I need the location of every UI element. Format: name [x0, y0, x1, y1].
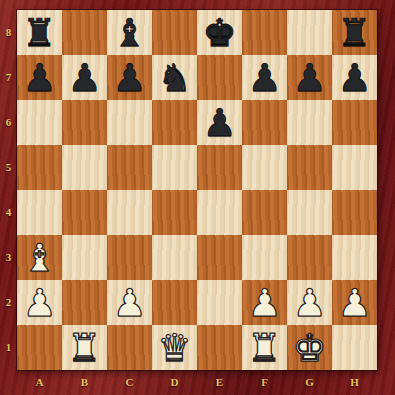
piece-white-queen[interactable]: ♛	[152, 325, 197, 370]
square-d5[interactable]	[152, 145, 197, 190]
chess-board: ♜♝♚♜♟♟♟♞♟♟♟♟♝♟♟♟♟♟♜♛♜♚	[17, 10, 377, 370]
square-b2[interactable]	[62, 280, 107, 325]
rank-label-5: 5	[0, 145, 17, 190]
square-b4[interactable]	[62, 190, 107, 235]
piece-white-king[interactable]: ♚	[287, 325, 332, 370]
rank-label-4: 4	[0, 190, 17, 235]
square-b6[interactable]	[62, 100, 107, 145]
square-e5[interactable]	[197, 145, 242, 190]
piece-black-pawn[interactable]: ♟	[197, 100, 242, 145]
square-e4[interactable]	[197, 190, 242, 235]
piece-black-pawn[interactable]: ♟	[242, 55, 287, 100]
square-g4[interactable]	[287, 190, 332, 235]
rank-label-1: 1	[0, 325, 17, 370]
file-label-a: A	[17, 372, 62, 392]
piece-black-pawn[interactable]: ♟	[17, 55, 62, 100]
square-a4[interactable]	[17, 190, 62, 235]
square-c2[interactable]: ♟	[107, 280, 152, 325]
piece-white-rook[interactable]: ♜	[62, 325, 107, 370]
file-label-c: C	[107, 372, 152, 392]
piece-black-bishop[interactable]: ♝	[107, 10, 152, 55]
square-a8[interactable]: ♜	[17, 10, 62, 55]
piece-white-pawn[interactable]: ♟	[17, 280, 62, 325]
square-a1[interactable]	[17, 325, 62, 370]
square-e3[interactable]	[197, 235, 242, 280]
square-a6[interactable]	[17, 100, 62, 145]
piece-black-rook[interactable]: ♜	[17, 10, 62, 55]
square-c1[interactable]	[107, 325, 152, 370]
square-h6[interactable]	[332, 100, 377, 145]
square-c3[interactable]	[107, 235, 152, 280]
piece-white-pawn[interactable]: ♟	[107, 280, 152, 325]
square-d6[interactable]	[152, 100, 197, 145]
square-d8[interactable]	[152, 10, 197, 55]
rank-label-8: 8	[0, 10, 17, 55]
square-h1[interactable]	[332, 325, 377, 370]
square-f5[interactable]	[242, 145, 287, 190]
file-label-e: E	[197, 372, 242, 392]
piece-white-pawn[interactable]: ♟	[242, 280, 287, 325]
square-a7[interactable]: ♟	[17, 55, 62, 100]
square-e8[interactable]: ♚	[197, 10, 242, 55]
square-b3[interactable]	[62, 235, 107, 280]
piece-white-rook[interactable]: ♜	[242, 325, 287, 370]
square-h8[interactable]: ♜	[332, 10, 377, 55]
square-g8[interactable]	[287, 10, 332, 55]
square-e1[interactable]	[197, 325, 242, 370]
piece-white-bishop[interactable]: ♝	[17, 235, 62, 280]
square-c4[interactable]	[107, 190, 152, 235]
file-label-h: H	[332, 372, 377, 392]
square-f4[interactable]	[242, 190, 287, 235]
square-d4[interactable]	[152, 190, 197, 235]
square-f2[interactable]: ♟	[242, 280, 287, 325]
square-g3[interactable]	[287, 235, 332, 280]
square-e6[interactable]: ♟	[197, 100, 242, 145]
piece-black-pawn[interactable]: ♟	[62, 55, 107, 100]
square-h5[interactable]	[332, 145, 377, 190]
square-d3[interactable]	[152, 235, 197, 280]
square-d7[interactable]: ♞	[152, 55, 197, 100]
file-label-d: D	[152, 372, 197, 392]
piece-white-pawn[interactable]: ♟	[287, 280, 332, 325]
square-b7[interactable]: ♟	[62, 55, 107, 100]
square-b8[interactable]	[62, 10, 107, 55]
square-b5[interactable]	[62, 145, 107, 190]
square-d2[interactable]	[152, 280, 197, 325]
file-label-f: F	[242, 372, 287, 392]
square-c6[interactable]	[107, 100, 152, 145]
rank-label-3: 3	[0, 235, 17, 280]
file-label-g: G	[287, 372, 332, 392]
piece-black-knight[interactable]: ♞	[152, 55, 197, 100]
square-e2[interactable]	[197, 280, 242, 325]
square-f1[interactable]: ♜	[242, 325, 287, 370]
square-c7[interactable]: ♟	[107, 55, 152, 100]
square-c5[interactable]	[107, 145, 152, 190]
square-f8[interactable]	[242, 10, 287, 55]
square-a2[interactable]: ♟	[17, 280, 62, 325]
square-f3[interactable]	[242, 235, 287, 280]
square-e7[interactable]	[197, 55, 242, 100]
square-h2[interactable]: ♟	[332, 280, 377, 325]
square-g6[interactable]	[287, 100, 332, 145]
piece-black-rook[interactable]: ♜	[332, 10, 377, 55]
piece-black-pawn[interactable]: ♟	[107, 55, 152, 100]
square-g1[interactable]: ♚	[287, 325, 332, 370]
square-b1[interactable]: ♜	[62, 325, 107, 370]
square-g2[interactable]: ♟	[287, 280, 332, 325]
square-f7[interactable]: ♟	[242, 55, 287, 100]
rank-label-6: 6	[0, 100, 17, 145]
rank-label-2: 2	[0, 280, 17, 325]
square-a3[interactable]: ♝	[17, 235, 62, 280]
rank-label-7: 7	[0, 55, 17, 100]
square-f6[interactable]	[242, 100, 287, 145]
piece-black-king[interactable]: ♚	[197, 10, 242, 55]
square-c8[interactable]: ♝	[107, 10, 152, 55]
square-h3[interactable]	[332, 235, 377, 280]
square-a5[interactable]	[17, 145, 62, 190]
square-h4[interactable]	[332, 190, 377, 235]
square-h7[interactable]: ♟	[332, 55, 377, 100]
file-label-b: B	[62, 372, 107, 392]
square-g5[interactable]	[287, 145, 332, 190]
piece-black-pawn[interactable]: ♟	[332, 55, 377, 100]
piece-white-pawn[interactable]: ♟	[332, 280, 377, 325]
board-frame: ♜♝♚♜♟♟♟♞♟♟♟♟♝♟♟♟♟♟♜♛♜♚ 87654321ABCDEFGH	[0, 0, 395, 395]
square-d1[interactable]: ♛	[152, 325, 197, 370]
piece-black-pawn[interactable]: ♟	[287, 55, 332, 100]
square-g7[interactable]: ♟	[287, 55, 332, 100]
